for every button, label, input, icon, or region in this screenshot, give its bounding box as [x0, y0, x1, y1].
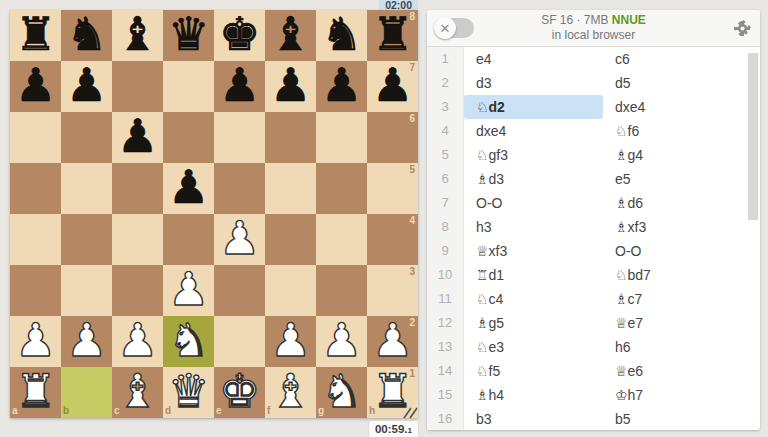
piece-black-king[interactable]: ♚	[219, 11, 260, 57]
move-black[interactable]: b5	[603, 407, 760, 430]
move-black[interactable]: ♔h7	[603, 383, 760, 407]
move-black[interactable]: ♘f6	[603, 119, 760, 143]
file-label-b: b	[63, 406, 69, 416]
move-white[interactable]: b3	[464, 407, 603, 430]
move-black[interactable]: dxe4	[603, 95, 760, 119]
engine-name: SF 16 · 7MB	[541, 13, 608, 27]
move-black[interactable]: ♘bd7	[603, 263, 760, 287]
piece-black-rook[interactable]: ♜	[372, 11, 413, 57]
rank-label-4: 4	[409, 216, 415, 226]
move-black[interactable]: d5	[603, 71, 760, 95]
square-h3[interactable]: 3	[367, 265, 418, 316]
engine-nnue-badge: NNUE	[612, 13, 646, 27]
move-white[interactable]: ♖d1	[464, 263, 603, 287]
square-b7[interactable]: ♟	[61, 61, 112, 112]
move-number: 6	[427, 167, 464, 191]
square-h2[interactable]: ♟2	[367, 316, 418, 367]
move-black[interactable]: c6	[603, 47, 760, 71]
move-white[interactable]: dxe4	[464, 119, 603, 143]
square-d7[interactable]	[163, 61, 214, 112]
square-a6[interactable]	[10, 112, 61, 163]
rank-label-2: 2	[409, 318, 415, 328]
move-white[interactable]: ♘c4	[464, 287, 603, 311]
move-white[interactable]: ♗d3	[464, 167, 603, 191]
piece-white-pawn[interactable]: ♟	[219, 215, 260, 261]
square-b8[interactable]: ♞	[61, 10, 112, 61]
file-label-e: e	[216, 406, 222, 416]
square-h6[interactable]: 6	[367, 112, 418, 163]
square-b2[interactable]: ♟	[61, 316, 112, 367]
square-b3[interactable]	[61, 265, 112, 316]
engine-title: SF 16 · 7MB NNUE in local browser	[427, 13, 760, 43]
square-g3[interactable]	[316, 265, 367, 316]
file-label-a: a	[12, 406, 18, 416]
square-h8[interactable]: ♜8	[367, 10, 418, 61]
piece-black-pawn[interactable]: ♟	[270, 62, 311, 108]
square-c7[interactable]	[112, 61, 163, 112]
move-row-12: 12♗g5♕e7	[427, 311, 760, 335]
settings-gear-icon[interactable]	[734, 20, 751, 37]
piece-white-knight[interactable]: ♞	[168, 317, 209, 363]
square-a3[interactable]	[10, 265, 61, 316]
move-row-14: 14♘f5♕e6	[427, 359, 760, 383]
scrollbar-thumb[interactable]	[748, 53, 758, 220]
move-row-5: 5♘gf3♗g4	[427, 143, 760, 167]
square-d1[interactable]: ♛d	[163, 367, 214, 418]
rank-label-1: 1	[409, 369, 415, 379]
square-f7[interactable]: ♟	[265, 61, 316, 112]
analysis-page: 02:00 ♜♞♝♛♚♝♞♜8♟♟♟♟♟♟7♟6♟5♟4♟3♟♟♟♞♟♟♟2♜a…	[0, 0, 768, 437]
move-black[interactable]: ♗g4	[603, 143, 760, 167]
square-g4[interactable]	[316, 214, 367, 265]
move-white[interactable]: O-O	[464, 191, 603, 215]
piece-black-pawn[interactable]: ♟	[372, 62, 413, 108]
move-white[interactable]: ♘f5	[464, 359, 603, 383]
engine-subtitle: in local browser	[427, 28, 760, 43]
piece-black-rook[interactable]: ♜	[15, 11, 56, 57]
piece-black-pawn[interactable]: ♟	[321, 62, 362, 108]
square-g8[interactable]: ♞	[316, 10, 367, 61]
move-black[interactable]: ♗d6	[603, 191, 760, 215]
white-clock-tenths: 1	[408, 426, 412, 435]
move-row-9: 9♕xf3O-O	[427, 239, 760, 263]
move-row-3: 3♘d2dxe4	[427, 95, 760, 119]
move-row-8: 8h3♗xf3	[427, 215, 760, 239]
move-list: 1e4c62d3d53♘d2dxe44dxe4♘f65♘gf3♗g46♗d3e5…	[427, 47, 760, 430]
square-g5[interactable]	[316, 163, 367, 214]
move-number: 9	[427, 239, 464, 263]
move-number: 16	[427, 407, 464, 430]
move-row-1: 1e4c6	[427, 47, 760, 71]
move-number: 15	[427, 383, 464, 407]
move-row-7: 7O-O♗d6	[427, 191, 760, 215]
file-label-d: d	[165, 406, 171, 416]
square-e5[interactable]	[214, 163, 265, 214]
square-g7[interactable]: ♟	[316, 61, 367, 112]
square-e8[interactable]: ♚	[214, 10, 265, 61]
square-c3[interactable]	[112, 265, 163, 316]
square-d4[interactable]	[163, 214, 214, 265]
piece-white-king[interactable]: ♚	[219, 368, 260, 414]
move-number: 3	[427, 95, 464, 119]
move-number: 11	[427, 287, 464, 311]
move-white[interactable]: h3	[464, 215, 603, 239]
square-f1[interactable]: ♝f	[265, 367, 316, 418]
square-b6[interactable]	[61, 112, 112, 163]
piece-black-bishop[interactable]: ♝	[117, 11, 158, 57]
piece-white-bishop[interactable]: ♝	[117, 368, 158, 414]
piece-black-bishop[interactable]: ♝	[270, 11, 311, 57]
rank-label-6: 6	[409, 114, 415, 124]
move-number: 14	[427, 359, 464, 383]
rank-label-5: 5	[409, 165, 415, 175]
square-a7[interactable]: ♟	[10, 61, 61, 112]
rank-label-8: 8	[409, 12, 415, 22]
move-number: 7	[427, 191, 464, 215]
square-f8[interactable]: ♝	[265, 10, 316, 61]
move-number: 13	[427, 335, 464, 359]
square-h5[interactable]: 5	[367, 163, 418, 214]
square-e6[interactable]	[214, 112, 265, 163]
move-row-11: 11♘c4♗c7	[427, 287, 760, 311]
square-e3[interactable]	[214, 265, 265, 316]
piece-white-pawn[interactable]: ♟	[15, 317, 56, 363]
square-d8[interactable]: ♛	[163, 10, 214, 61]
piece-white-pawn[interactable]: ♟	[117, 317, 158, 363]
piece-black-pawn[interactable]: ♟	[15, 62, 56, 108]
square-h7[interactable]: ♟7	[367, 61, 418, 112]
move-white[interactable]: ♘d2	[464, 95, 603, 119]
piece-black-pawn[interactable]: ♟	[219, 62, 260, 108]
square-d5[interactable]: ♟	[163, 163, 214, 214]
piece-white-pawn[interactable]: ♟	[168, 266, 209, 312]
square-d6[interactable]	[163, 112, 214, 163]
piece-white-pawn[interactable]: ♟	[372, 317, 413, 363]
square-h4[interactable]: 4	[367, 214, 418, 265]
piece-white-rook[interactable]: ♜	[15, 368, 56, 414]
piece-black-pawn[interactable]: ♟	[66, 62, 107, 108]
move-row-4: 4dxe4♘f6	[427, 119, 760, 143]
piece-white-queen[interactable]: ♛	[168, 368, 209, 414]
square-e7[interactable]: ♟	[214, 61, 265, 112]
file-label-f: f	[267, 406, 270, 416]
square-d3[interactable]: ♟	[163, 265, 214, 316]
engine-name-line: SF 16 · 7MB NNUE	[427, 13, 760, 28]
piece-black-pawn[interactable]: ♟	[168, 164, 209, 210]
square-c5[interactable]	[112, 163, 163, 214]
move-number: 5	[427, 143, 464, 167]
move-number: 4	[427, 119, 464, 143]
move-white[interactable]: ♗g5	[464, 311, 603, 335]
square-e2[interactable]	[214, 316, 265, 367]
square-b4[interactable]	[61, 214, 112, 265]
move-row-16: 16b3b5	[427, 407, 760, 430]
square-a2[interactable]: ♟	[10, 316, 61, 367]
move-white[interactable]: ♘gf3	[464, 143, 603, 167]
move-black[interactable]: h6	[603, 335, 760, 359]
square-c4[interactable]	[112, 214, 163, 265]
piece-white-knight[interactable]: ♞	[321, 368, 362, 414]
square-f5[interactable]	[265, 163, 316, 214]
move-black[interactable]: ♕e6	[603, 359, 760, 383]
rank-label-3: 3	[409, 267, 415, 277]
move-white[interactable]: e4	[464, 47, 603, 71]
white-clock-main: 00:59.	[375, 423, 408, 435]
move-row-15: 15♗h4♔h7	[427, 383, 760, 407]
move-black[interactable]: e5	[603, 167, 760, 191]
engine-panel: ✕ SF 16 · 7MB NNUE in local browser	[427, 10, 760, 430]
square-a4[interactable]	[10, 214, 61, 265]
square-c6[interactable]: ♟	[112, 112, 163, 163]
piece-white-pawn[interactable]: ♟	[321, 317, 362, 363]
square-b5[interactable]	[61, 163, 112, 214]
square-e4[interactable]: ♟	[214, 214, 265, 265]
move-black[interactable]: O-O	[603, 239, 760, 263]
move-black[interactable]: ♗c7	[603, 287, 760, 311]
move-number: 2	[427, 71, 464, 95]
piece-black-knight[interactable]: ♞	[321, 11, 362, 57]
move-white[interactable]: ♘e3	[464, 335, 603, 359]
file-label-g: g	[318, 406, 324, 416]
move-white[interactable]: ♕xf3	[464, 239, 603, 263]
move-white[interactable]: ♗h4	[464, 383, 603, 407]
file-label-c: c	[114, 406, 120, 416]
piece-black-pawn[interactable]: ♟	[117, 113, 158, 159]
move-row-13: 13♘e3h6	[427, 335, 760, 359]
piece-white-pawn[interactable]: ♟	[270, 317, 311, 363]
move-row-2: 2d3d5	[427, 71, 760, 95]
piece-black-knight[interactable]: ♞	[66, 11, 107, 57]
square-c2[interactable]: ♟	[112, 316, 163, 367]
move-row-10: 10♖d1♘bd7	[427, 263, 760, 287]
square-c8[interactable]: ♝	[112, 10, 163, 61]
square-g2[interactable]: ♟	[316, 316, 367, 367]
square-f3[interactable]	[265, 265, 316, 316]
piece-black-queen[interactable]: ♛	[168, 11, 209, 57]
square-c1[interactable]: ♝c	[112, 367, 163, 418]
engine-header: ✕ SF 16 · 7MB NNUE in local browser	[427, 10, 760, 47]
square-a8[interactable]: ♜	[10, 10, 61, 61]
square-g1[interactable]: ♞g	[316, 367, 367, 418]
white-clock: 00:59.1	[369, 421, 418, 437]
move-number: 10	[427, 263, 464, 287]
square-b1[interactable]: b	[61, 367, 112, 418]
square-a1[interactable]: ♜a	[10, 367, 61, 418]
square-f4[interactable]	[265, 214, 316, 265]
piece-white-bishop[interactable]: ♝	[270, 368, 311, 414]
rank-label-7: 7	[409, 63, 415, 73]
move-black[interactable]: ♗xf3	[603, 215, 760, 239]
move-black[interactable]: ♕e7	[603, 311, 760, 335]
square-e1[interactable]: ♚e	[214, 367, 265, 418]
square-f6[interactable]	[265, 112, 316, 163]
piece-white-pawn[interactable]: ♟	[66, 317, 107, 363]
move-row-6: 6♗d3e5	[427, 167, 760, 191]
move-number: 12	[427, 311, 464, 335]
move-number: 8	[427, 215, 464, 239]
move-white[interactable]: d3	[464, 71, 603, 95]
square-d2[interactable]: ♞	[163, 316, 214, 367]
square-g6[interactable]	[316, 112, 367, 163]
move-number: 1	[427, 47, 464, 71]
square-f2[interactable]: ♟	[265, 316, 316, 367]
board-resize-handle[interactable]	[402, 406, 418, 420]
square-a5[interactable]	[10, 163, 61, 214]
chess-board[interactable]: ♜♞♝♛♚♝♞♜8♟♟♟♟♟♟7♟6♟5♟4♟3♟♟♟♞♟♟♟2♜ab♝c♛d♚…	[10, 10, 418, 418]
file-label-h: h	[369, 406, 375, 416]
